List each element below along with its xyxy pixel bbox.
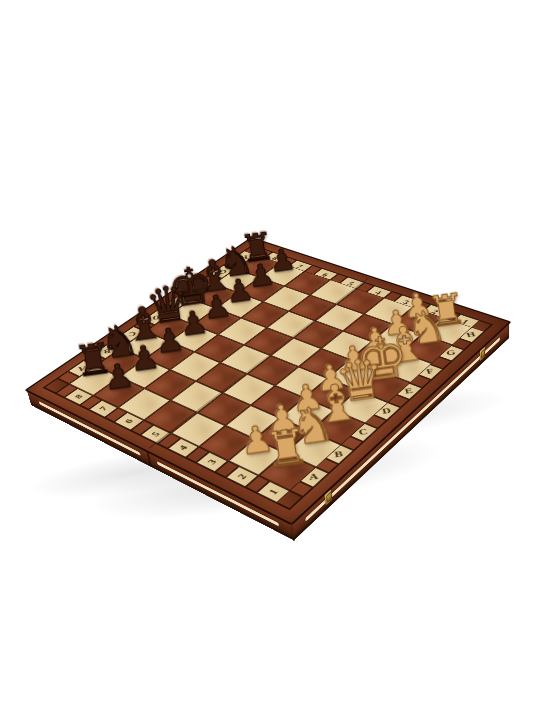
coordinate-label: 6 (114, 412, 145, 430)
coordinate-label: 3 (196, 452, 229, 473)
chess-board: ABCDEFGH ABCDEFGH 87654321 87654321 ♜♞♝♛… (24, 237, 511, 525)
coordinate-label: 8 (64, 388, 93, 405)
brass-clasp-icon[interactable] (480, 346, 485, 361)
frame-cell (56, 384, 78, 397)
piece-white-rook-a1[interactable]: ♜ (255, 412, 318, 476)
chess-set-photo: ABCDEFGH ABCDEFGH 87654321 87654321 ♜♞♝♛… (0, 0, 540, 720)
camera-roll: ABCDEFGH ABCDEFGH 87654321 87654321 ♜♞♝♛… (0, 0, 540, 720)
brass-clasp-icon[interactable] (324, 489, 332, 506)
piece-black-pawn-a7[interactable]: ♟ (91, 348, 145, 396)
frame-corner (273, 489, 303, 509)
fold-seam-edge (146, 450, 152, 468)
frame-cell (131, 420, 154, 435)
